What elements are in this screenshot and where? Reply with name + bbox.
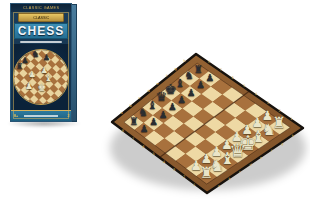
box-photo-circle: ♞♟♟♜♟♟♝♟♚ bbox=[13, 49, 69, 105]
piece-black-pawn[interactable]: ♟ bbox=[177, 95, 186, 105]
coord-file-a-near: a bbox=[218, 184, 220, 188]
piece-black-pawn[interactable]: ♟ bbox=[168, 102, 177, 112]
coord-rank-5-left: 5 bbox=[152, 152, 154, 156]
box-title: CHESS bbox=[18, 24, 64, 38]
coord-file-g-near: g bbox=[281, 142, 283, 146]
box-top-edge-label: CLASSIC GAMES bbox=[23, 6, 59, 10]
coord-rank-1-left: 1 bbox=[193, 183, 195, 187]
coord-rank-3-right: 3 bbox=[267, 101, 269, 105]
box-photo-panel: ♞♟♟♜♟♟♝♟♚ bbox=[13, 44, 69, 110]
classic-ribbon-label: CLASSIC bbox=[33, 15, 49, 19]
piece-black-queen[interactable]: ♛ bbox=[156, 91, 167, 104]
product-photo-canvas: aabbccddeeffgghh8877665544332211 ♜♞♝♛♚♝♞… bbox=[0, 0, 310, 219]
piece-black-pawn[interactable]: ♟ bbox=[206, 73, 215, 83]
piece-white-rook[interactable]: ♜ bbox=[200, 166, 214, 181]
classic-ribbon: CLASSIC bbox=[18, 13, 65, 22]
product-box: CLASSIC GAMES CLASSIC CHESS ♞♟♟♜♟♟♝♟♚ bbox=[10, 3, 77, 122]
title-band: CHESS bbox=[14, 23, 68, 39]
piece-black-rook[interactable]: ♜ bbox=[129, 116, 138, 126]
coord-rank-1-right: 1 bbox=[290, 117, 292, 121]
mini-piece-white-king: ♚ bbox=[38, 83, 47, 93]
coord-file-h-near: h bbox=[292, 134, 294, 138]
box-bottom-text-bar bbox=[24, 115, 58, 117]
mini-piece-white-pawn: ♟ bbox=[29, 71, 36, 79]
box-bottom-strip: 8+ 2 bbox=[11, 110, 71, 121]
ribbon-row: CLASSIC bbox=[11, 13, 71, 22]
piece-black-pawn[interactable]: ♟ bbox=[196, 80, 205, 90]
piece-black-pawn[interactable]: ♟ bbox=[140, 124, 149, 134]
piece-black-knight[interactable]: ♞ bbox=[138, 108, 148, 119]
players-badge: 2 bbox=[67, 114, 69, 118]
coord-file-g-far: g bbox=[175, 67, 177, 71]
box-side-panel bbox=[72, 4, 77, 122]
coord-file-c-near: c bbox=[239, 170, 241, 174]
piece-black-pawn[interactable]: ♟ bbox=[159, 109, 168, 119]
coord-file-a-far: a bbox=[120, 111, 122, 115]
mini-piece-black-rook: ♜ bbox=[16, 64, 23, 72]
piece-black-rook[interactable]: ♜ bbox=[194, 64, 203, 74]
coord-rank-2-right: 2 bbox=[279, 109, 281, 113]
coord-rank-5-right: 5 bbox=[243, 84, 245, 88]
box-front-panel: CLASSIC GAMES CLASSIC CHESS ♞♟♟♜♟♟♝♟♚ bbox=[10, 3, 72, 122]
piece-black-bishop[interactable]: ♝ bbox=[147, 100, 157, 111]
mini-piece-black-pawn: ♟ bbox=[43, 54, 50, 62]
age-badge: 8+ bbox=[14, 114, 18, 118]
piece-black-pawn[interactable]: ♟ bbox=[149, 117, 158, 127]
piece-black-knight[interactable]: ♞ bbox=[184, 71, 194, 82]
box-tagline-bar bbox=[20, 41, 62, 43]
coord-file-c-far: c bbox=[139, 96, 141, 100]
coord-rank-2-left: 2 bbox=[183, 175, 185, 179]
box-top-edge: CLASSIC GAMES bbox=[11, 4, 71, 12]
coord-file-d-far: d bbox=[147, 89, 149, 93]
coord-rank-3-left: 3 bbox=[173, 168, 175, 172]
coord-file-h-far: h bbox=[184, 59, 186, 63]
piece-black-pawn[interactable]: ♟ bbox=[187, 87, 196, 97]
coord-file-d-near: d bbox=[249, 163, 251, 167]
coord-rank-7-left: 7 bbox=[132, 137, 134, 141]
coord-rank-7-right: 7 bbox=[220, 68, 222, 72]
mini-piece-white-pawn: ♟ bbox=[25, 81, 33, 90]
mini-piece-black-knight: ♞ bbox=[32, 50, 40, 59]
